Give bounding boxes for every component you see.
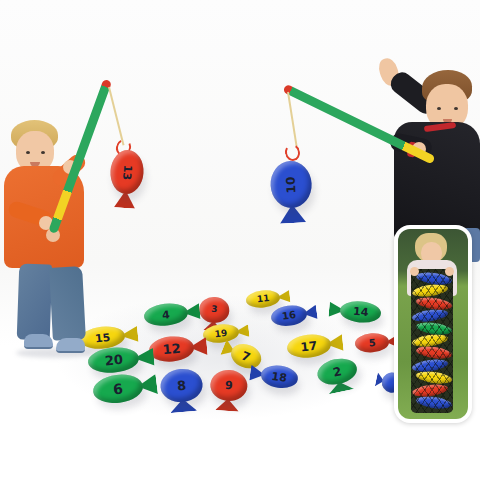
fish-storage-bag (411, 269, 453, 413)
fish-body: 13 (109, 149, 145, 195)
girl-hand (445, 267, 454, 276)
fish-body: 10 (269, 160, 312, 209)
product-photo-scene: 11314416191517512720218896 1310 (0, 0, 480, 480)
inset-photo-scene (398, 229, 468, 419)
bag-net-mesh (411, 269, 453, 413)
girl-hand (410, 267, 419, 276)
fish-number: 13 (121, 164, 133, 180)
inset-photo-storage-bag (394, 225, 472, 423)
fish-10: 10 (269, 160, 313, 224)
fish-13: 13 (108, 149, 145, 209)
fish-number: 10 (285, 176, 298, 193)
